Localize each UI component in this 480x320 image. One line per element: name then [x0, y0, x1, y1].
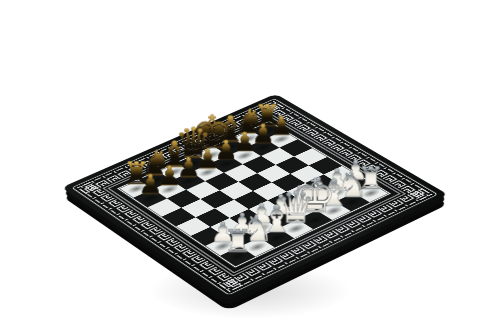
board-face: ♜♞♝♛♚♝♞♜♟♟♟♟♟♟♟♟♟♟♟♟♟♟♟♟♜♞♝♛♚♝♞♜	[62, 94, 449, 302]
chess-board-3d: ♜♞♝♛♚♝♞♜♟♟♟♟♟♟♟♟♟♟♟♟♟♟♟♟♜♞♝♛♚♝♞♜	[62, 94, 449, 302]
piece-white-silver-rook-a1[interactable]: ♜	[209, 225, 266, 257]
chess-set-product-photo: ♜♞♝♛♚♝♞♜♟♟♟♟♟♟♟♟♟♟♟♟♟♟♟♟♜♞♝♛♚♝♞♜	[0, 0, 480, 320]
piece-black-gold-pawn-a7[interactable]: ♟	[123, 171, 178, 198]
